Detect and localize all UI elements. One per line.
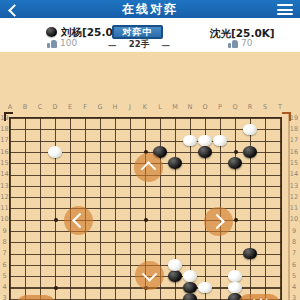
coord-label: 18 [290,124,299,135]
coord-label: E [63,104,78,112]
board-corner-icon [4,112,13,121]
coord-label: G [93,104,108,112]
move-down-button[interactable] [135,261,164,290]
back-chevron-icon [8,4,21,17]
coord-label: J [123,104,138,112]
thumbs-up-icon [228,39,238,48]
coord-label: O [198,104,213,112]
black-stone-icon [46,27,57,37]
game-status-badge: 对弈中 [112,25,163,39]
white-stone [183,135,197,147]
chevron-up-icon [140,161,156,177]
black-stone [183,293,197,300]
coord-label: 14 [290,169,299,180]
white-stone [183,270,197,282]
coord-label: 12 [290,191,299,202]
coord-label: 4 [290,282,299,293]
coordinates-top: ABCDEFGHJKLMNOPQRST [3,104,288,112]
player-white-likes[interactable]: 70 [228,38,252,48]
black-stone [243,248,257,260]
white-stone [48,146,62,158]
coord-label: 7 [290,248,299,259]
move-counter: —22手— [108,39,170,51]
player-strip: 刘杨[25.0K] 100 对弈中 —22手— 沈光[25.0K] 70 [0,18,300,52]
coord-label: 16 [290,146,299,157]
coord-label: 15 [290,158,299,169]
white-stone [213,135,227,147]
coord-label: 8 [290,237,299,248]
coord-label: K [138,104,153,112]
coord-label: 6 [290,259,299,270]
coord-label: 5 [290,271,299,282]
coord-label: N [183,104,198,112]
coord-label: S [258,104,273,112]
coord-label: R [243,104,258,112]
white-stone [198,282,212,294]
player-black-likes[interactable]: 100 [47,38,77,48]
page-title: 在线对弈 [0,0,300,18]
back-button[interactable] [7,4,19,16]
coord-label: L [153,104,168,112]
white-stone [228,282,242,294]
coord-label: 13 [290,180,299,191]
coord-label: 9 [290,225,299,236]
coord-label: 17 [290,135,299,146]
move-up-button[interactable] [134,153,163,182]
coord-label: 3 [290,293,299,300]
go-board[interactable]: ABCDEFGHJKLMNOPQRST ABCDEFGHJKLMNOPQRST … [0,52,300,300]
white-stone [168,259,182,271]
coord-label: Q [228,104,243,112]
coordinates-right: 19181716151413121110987654321 [290,112,299,300]
coord-label: D [48,104,63,112]
move-left-button[interactable] [64,206,93,235]
move-right-button[interactable] [204,207,233,236]
coord-label: 10 [290,214,299,225]
coord-label: B [18,104,33,112]
chevron-right-icon [209,213,225,229]
board-right-edge [288,114,290,300]
black-stone [198,146,212,158]
white-stone [243,124,257,136]
black-stone [168,270,182,282]
white-stone [228,270,242,282]
black-stone [243,146,257,158]
hamburger-icon[interactable] [277,4,293,15]
cancel-button[interactable]: 取消 [15,295,57,300]
thumbs-up-icon [47,39,57,48]
white-stone [198,135,212,147]
black-stone [183,282,197,294]
chevron-down-icon [141,266,157,282]
black-stone [168,157,182,169]
board-corner-icon [282,112,291,121]
top-bar: 在线对弈 [0,0,300,18]
confirm-button[interactable]: 确认 [238,294,280,300]
coord-label: M [168,104,183,112]
coord-label: H [108,104,123,112]
black-stone [228,157,242,169]
coord-label: C [33,104,48,112]
coord-label: 11 [290,203,299,214]
coord-label: P [213,104,228,112]
chevron-left-icon [72,212,88,228]
coord-label: F [78,104,93,112]
